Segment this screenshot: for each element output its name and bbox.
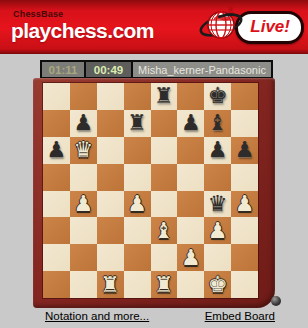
square-b7[interactable]: ♟ <box>70 110 97 137</box>
square-b6[interactable]: ♛ <box>70 137 97 164</box>
square-g4[interactable]: ♛ <box>204 191 231 218</box>
white-pawn: ♟ <box>73 193 93 215</box>
square-c1[interactable]: ♜ <box>97 271 124 298</box>
playchess-widget: ChessBase playchess.com ♜ Live! <box>0 0 308 328</box>
square-a6[interactable]: ♟ <box>43 137 70 164</box>
square-e8[interactable]: ♜ <box>151 83 178 110</box>
square-d2[interactable] <box>124 244 151 271</box>
live-label: Live! <box>235 11 304 44</box>
square-d5[interactable] <box>124 164 151 191</box>
chess-board: ♜♚♟♜♟♝♟♛♟♟♟♟♛♟♝♟♟♜♜♚ <box>43 83 258 298</box>
square-a1[interactable] <box>43 271 70 298</box>
square-d1[interactable] <box>124 271 151 298</box>
square-e5[interactable] <box>151 164 178 191</box>
black-pawn: ♟ <box>73 112 93 134</box>
square-f4[interactable] <box>177 191 204 218</box>
square-h1[interactable] <box>231 271 258 298</box>
notation-link[interactable]: Notation and more... <box>45 310 149 322</box>
square-d7[interactable]: ♜ <box>124 110 151 137</box>
square-c8[interactable] <box>97 83 124 110</box>
square-f6[interactable] <box>177 137 204 164</box>
black-pawn: ♟ <box>47 139 67 161</box>
white-rook: ♜ <box>154 274 174 296</box>
square-b1[interactable] <box>70 271 97 298</box>
header: ChessBase playchess.com ♜ Live! <box>0 0 308 54</box>
black-rook: ♜ <box>127 112 147 134</box>
globe-live-icon: ♜ <box>199 4 245 50</box>
square-g1[interactable]: ♚ <box>204 271 231 298</box>
white-queen: ♛ <box>73 139 93 161</box>
square-h2[interactable] <box>231 244 258 271</box>
square-g5[interactable] <box>204 164 231 191</box>
footer: Notation and more... Embed Board <box>33 310 275 322</box>
square-d4[interactable]: ♟ <box>124 191 151 218</box>
black-clock: 00:49 <box>86 62 133 77</box>
square-b2[interactable] <box>70 244 97 271</box>
black-pawn: ♟ <box>235 139 255 161</box>
square-h7[interactable] <box>231 110 258 137</box>
square-f2[interactable]: ♟ <box>177 244 204 271</box>
square-a8[interactable] <box>43 83 70 110</box>
black-bishop: ♝ <box>208 112 228 134</box>
square-b4[interactable]: ♟ <box>70 191 97 218</box>
site-logo[interactable]: playchess.com <box>11 19 154 43</box>
white-clock: 01:11 <box>42 62 86 77</box>
square-d8[interactable] <box>124 83 151 110</box>
square-a2[interactable] <box>43 244 70 271</box>
square-e3[interactable]: ♝ <box>151 217 178 244</box>
square-e1[interactable]: ♜ <box>151 271 178 298</box>
square-h4[interactable]: ♟ <box>231 191 258 218</box>
square-b5[interactable] <box>70 164 97 191</box>
black-pawn: ♟ <box>208 139 228 161</box>
square-h6[interactable]: ♟ <box>231 137 258 164</box>
square-a4[interactable] <box>43 191 70 218</box>
white-pawn: ♟ <box>127 193 147 215</box>
square-h8[interactable] <box>231 83 258 110</box>
game-title: Misha_kerner-Pandasonic <box>133 62 271 77</box>
square-d6[interactable] <box>124 137 151 164</box>
square-f5[interactable] <box>177 164 204 191</box>
white-pawn: ♟ <box>235 193 255 215</box>
square-b8[interactable] <box>70 83 97 110</box>
square-c4[interactable] <box>97 191 124 218</box>
square-g2[interactable] <box>204 244 231 271</box>
white-king: ♚ <box>208 274 228 296</box>
square-e6[interactable] <box>151 137 178 164</box>
square-d3[interactable] <box>124 217 151 244</box>
resize-knob[interactable] <box>271 296 281 306</box>
clock-bar: 01:11 00:49 Misha_kerner-Pandasonic <box>40 60 273 79</box>
square-c5[interactable] <box>97 164 124 191</box>
square-e7[interactable] <box>151 110 178 137</box>
square-g3[interactable]: ♟ <box>204 217 231 244</box>
square-g8[interactable]: ♚ <box>204 83 231 110</box>
black-pawn: ♟ <box>181 112 201 134</box>
square-a5[interactable] <box>43 164 70 191</box>
white-pawn: ♟ <box>208 220 228 242</box>
square-h5[interactable] <box>231 164 258 191</box>
chessbase-brand: ChessBase <box>13 9 63 19</box>
square-f3[interactable] <box>177 217 204 244</box>
white-rook: ♜ <box>100 274 120 296</box>
black-queen: ♛ <box>208 193 228 215</box>
white-bishop: ♝ <box>154 220 174 242</box>
black-rook: ♜ <box>154 85 174 107</box>
square-c7[interactable] <box>97 110 124 137</box>
square-a3[interactable] <box>43 217 70 244</box>
square-h3[interactable] <box>231 217 258 244</box>
square-a7[interactable] <box>43 110 70 137</box>
white-pawn: ♟ <box>181 247 201 269</box>
square-f7[interactable]: ♟ <box>177 110 204 137</box>
square-g7[interactable]: ♝ <box>204 110 231 137</box>
square-f8[interactable] <box>177 83 204 110</box>
square-c6[interactable] <box>97 137 124 164</box>
black-king: ♚ <box>208 85 228 107</box>
square-b3[interactable] <box>70 217 97 244</box>
square-e2[interactable] <box>151 244 178 271</box>
square-e4[interactable] <box>151 191 178 218</box>
square-c2[interactable] <box>97 244 124 271</box>
square-g6[interactable]: ♟ <box>204 137 231 164</box>
square-c3[interactable] <box>97 217 124 244</box>
embed-board-link[interactable]: Embed Board <box>205 310 275 322</box>
square-f1[interactable] <box>177 271 204 298</box>
board-frame: ♜♚♟♜♟♝♟♛♟♟♟♟♛♟♝♟♟♜♜♚ <box>33 78 275 308</box>
live-badge[interactable]: ♜ Live! <box>199 5 304 49</box>
